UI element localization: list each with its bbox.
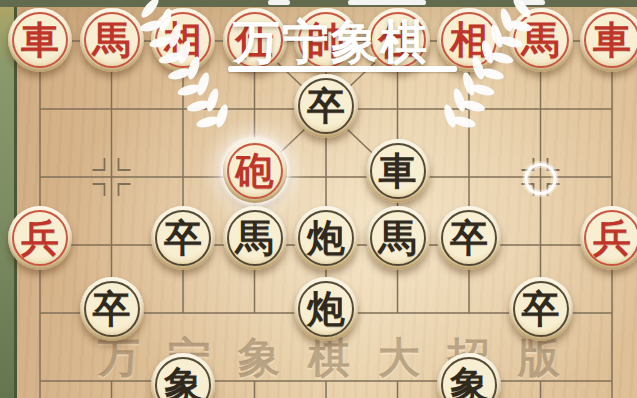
piece-glyph: 卒: [164, 219, 202, 257]
piece-glyph: 兵: [21, 219, 59, 257]
piece-glyph: 象: [450, 366, 488, 398]
cropped-text-fragment: [348, 0, 426, 5]
laurel-left-icon: [139, 0, 230, 130]
piece-glyph: 馬: [236, 219, 274, 257]
piece-glyph: 卒: [450, 219, 488, 257]
app-title: 万宁象棋: [224, 11, 438, 74]
piece-black-馬[interactable]: 馬: [223, 206, 287, 270]
piece-black-象[interactable]: 象: [437, 353, 501, 398]
piece-black-馬[interactable]: 馬: [366, 206, 430, 270]
piece-black-卒[interactable]: 卒: [80, 277, 144, 341]
piece-red-兵[interactable]: 兵: [8, 206, 72, 270]
piece-black-車[interactable]: 車: [366, 139, 430, 203]
piece-glyph: 砲: [236, 152, 274, 190]
piece-glyph: 炮: [307, 290, 345, 328]
piece-black-象[interactable]: 象: [151, 353, 215, 398]
title-underline: [228, 66, 457, 72]
cropped-text-fragment: [519, 0, 545, 5]
piece-red-砲[interactable]: 砲: [223, 139, 287, 203]
piece-black-卒[interactable]: 卒: [151, 206, 215, 270]
piece-glyph: 象: [164, 366, 202, 398]
piece-glyph: 炮: [307, 219, 345, 257]
piece-glyph: 車: [379, 152, 417, 190]
piece-red-兵[interactable]: 兵: [580, 206, 637, 270]
piece-black-卒[interactable]: 卒: [437, 206, 501, 270]
laurel-right-icon: [442, 0, 533, 130]
piece-black-卒[interactable]: 卒: [509, 277, 573, 341]
xiangqi-app: 万宁象棋大招版 車馬相仕帥仕相馬車卒砲車兵卒馬炮馬卒兵卒炮卒象象 万宁象棋: [0, 0, 637, 398]
piece-glyph: 馬: [379, 219, 417, 257]
piece-black-炮[interactable]: 炮: [294, 206, 358, 270]
piece-glyph: 卒: [522, 290, 560, 328]
piece-glyph: 卒: [93, 290, 131, 328]
piece-glyph: 兵: [593, 219, 631, 257]
cropped-text-fragment: [268, 0, 290, 5]
piece-black-炮[interactable]: 炮: [294, 277, 358, 341]
